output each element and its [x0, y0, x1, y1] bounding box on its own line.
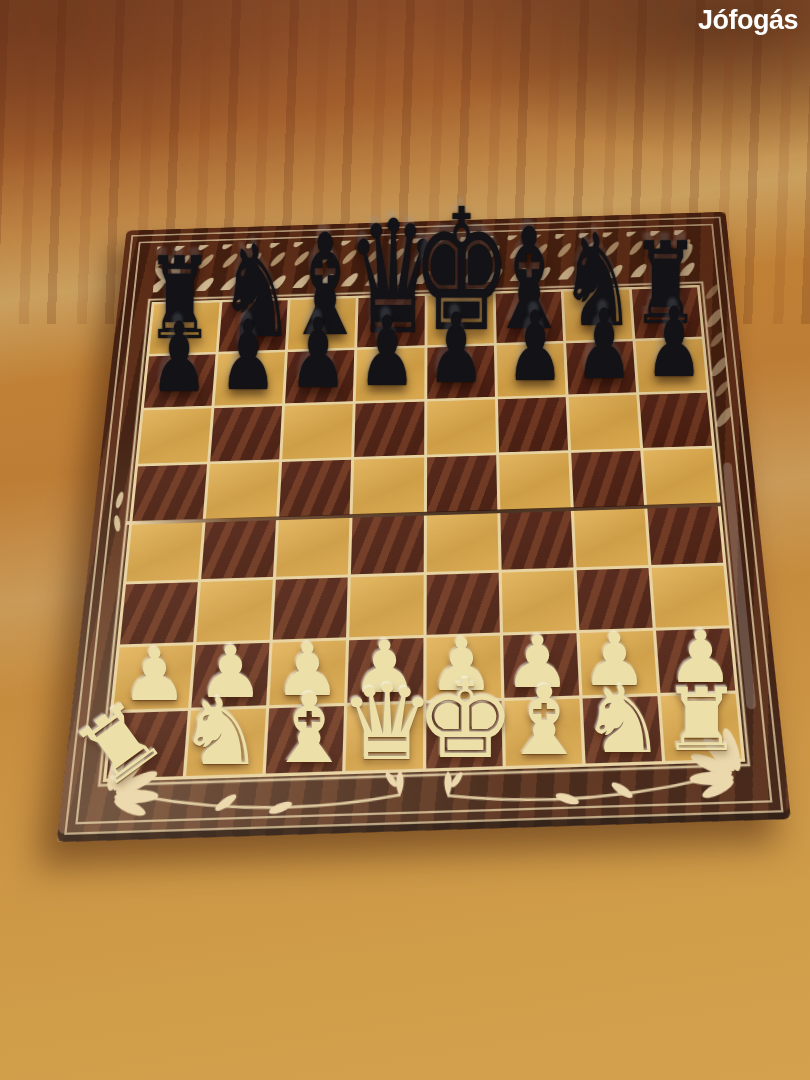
piece-black-pawn-b7[interactable]: ♟	[213, 308, 284, 405]
square-f5[interactable]	[499, 453, 571, 510]
square-d6[interactable]	[355, 401, 424, 456]
square-a6[interactable]	[138, 408, 211, 463]
square-b6[interactable]	[210, 406, 282, 461]
square-e4[interactable]	[426, 513, 498, 573]
square-c4[interactable]	[276, 517, 350, 577]
square-b5[interactable]	[206, 462, 279, 519]
piece-black-pawn-c7[interactable]: ♟	[282, 306, 353, 403]
square-a4[interactable]	[126, 522, 202, 582]
square-f4[interactable]	[500, 511, 573, 571]
square-h5[interactable]	[643, 448, 717, 505]
square-d4[interactable]	[351, 515, 423, 575]
square-g4[interactable]	[574, 508, 649, 568]
photo-scene: ♜♞♝♛♚♝♞♜♟♟♟♟♟♟♟♟♟♟♟♟♟♟♟♟♜♞♝♛♚♝♞♜ Jófogás	[0, 0, 810, 1080]
square-c5[interactable]	[279, 459, 351, 516]
square-a5[interactable]	[132, 464, 207, 522]
square-e6[interactable]	[427, 399, 496, 454]
piece-black-pawn-a7[interactable]: ♟	[143, 310, 214, 407]
watermark-logo: Jófogás	[698, 5, 798, 36]
piece-black-pawn-e7[interactable]: ♟	[421, 301, 492, 398]
square-f6[interactable]	[498, 397, 568, 452]
piece-white-rook-h1[interactable]: ♜	[652, 677, 751, 764]
square-h4[interactable]	[647, 506, 723, 565]
square-d5[interactable]	[353, 457, 424, 514]
square-g6[interactable]	[568, 395, 640, 450]
square-e5[interactable]	[426, 455, 496, 512]
piece-black-pawn-h7[interactable]: ♟	[638, 295, 709, 392]
piece-black-pawn-f7[interactable]: ♟	[500, 299, 571, 396]
square-g5[interactable]	[571, 450, 644, 507]
piece-black-pawn-g7[interactable]: ♟	[569, 297, 640, 394]
piece-black-pawn-d7[interactable]: ♟	[352, 304, 423, 401]
square-c6[interactable]	[282, 404, 353, 459]
square-b4[interactable]	[201, 520, 276, 580]
square-h6[interactable]	[639, 392, 712, 447]
